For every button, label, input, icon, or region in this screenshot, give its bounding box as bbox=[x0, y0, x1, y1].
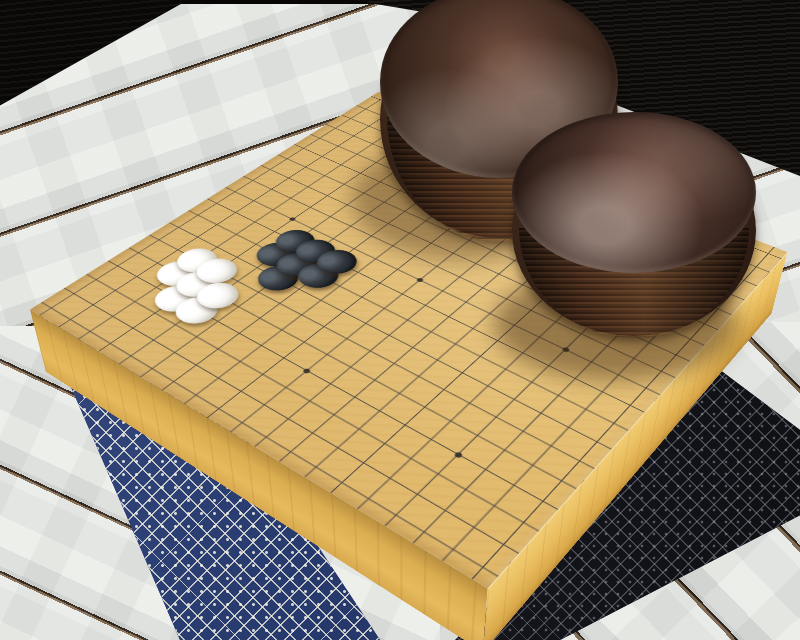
white-stone[interactable] bbox=[189, 278, 247, 314]
go-bowl-lower bbox=[512, 112, 756, 336]
white-stone[interactable] bbox=[147, 281, 205, 317]
bowl-lid bbox=[512, 112, 756, 273]
star-point bbox=[453, 451, 463, 458]
star-point bbox=[172, 296, 181, 301]
white-stone[interactable] bbox=[167, 292, 226, 329]
star-point bbox=[302, 368, 311, 374]
photo-scene bbox=[0, 0, 800, 640]
